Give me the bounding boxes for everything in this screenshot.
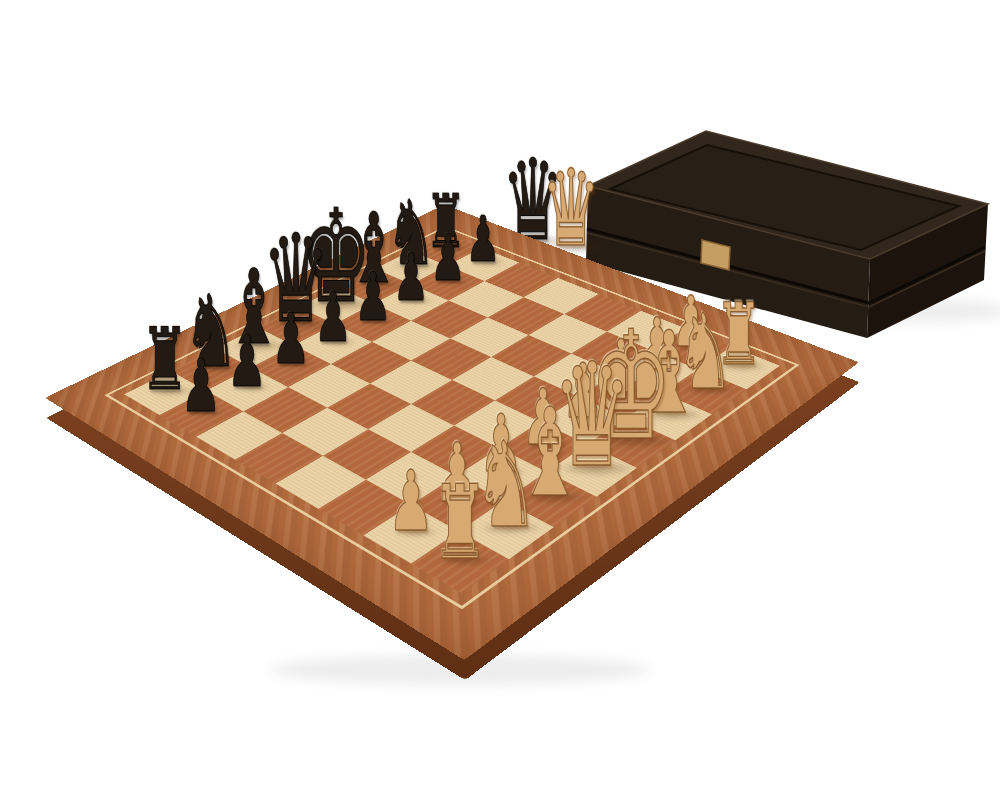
- board-group: [0, 0, 1000, 800]
- board-squares-grid: [124, 233, 780, 593]
- chess-board: [45, 205, 859, 660]
- chess-set-product-photo: ♛♛ ♜♞♝♛♚♝♞♜♟♟♟♟♟♟♟♟♟♟♟♟♟♟♟♟♜♞♝♛♚♝♞♜: [0, 0, 1000, 800]
